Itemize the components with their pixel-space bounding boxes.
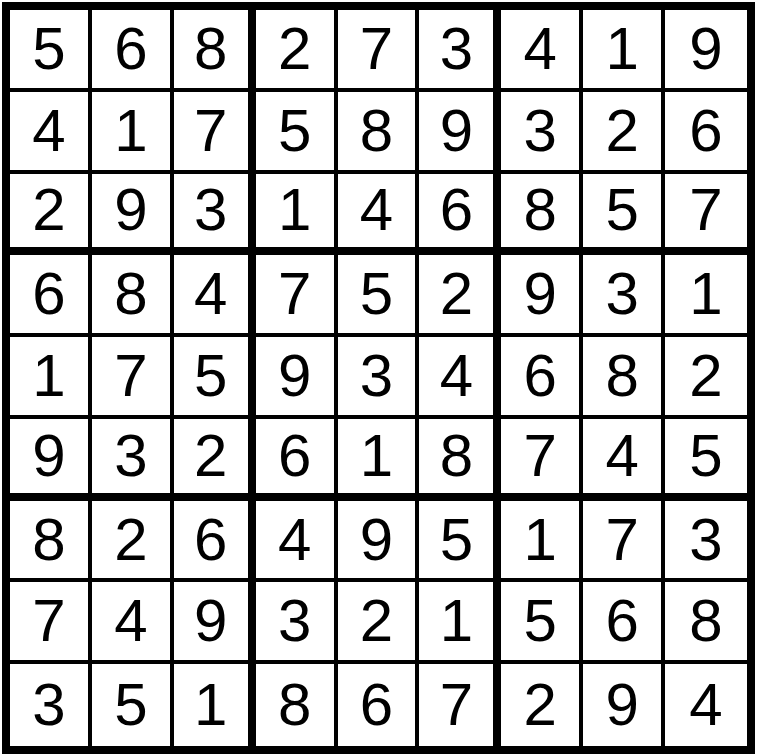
digit: 8 (524, 180, 557, 240)
digit: 3 (360, 346, 393, 406)
digit: 8 (360, 101, 393, 161)
digit: 4 (32, 101, 65, 161)
cell-r4c8[interactable]: 3 (583, 255, 665, 337)
digit: 4 (605, 426, 638, 486)
digit: 6 (114, 19, 147, 79)
cell-r5c2[interactable]: 7 (92, 337, 174, 419)
digit: 1 (440, 591, 473, 651)
digit: 2 (114, 510, 147, 570)
digit: 6 (605, 591, 638, 651)
digit: 8 (194, 19, 227, 79)
digit: 3 (689, 510, 722, 570)
cell-r3c9[interactable]: 7 (665, 174, 747, 256)
cell-r2c4[interactable]: 5 (256, 92, 338, 174)
digit: 8 (689, 591, 722, 651)
digit: 8 (278, 675, 311, 735)
digit: 2 (689, 346, 722, 406)
digit: 6 (278, 426, 311, 486)
digit: 1 (32, 346, 65, 406)
cell-r7c7[interactable]: 1 (501, 501, 583, 583)
digit: 7 (605, 510, 638, 570)
cell-r7c1[interactable]: 8 (10, 501, 92, 583)
digit: 2 (605, 101, 638, 161)
digit: 2 (278, 19, 311, 79)
cell-r7c2[interactable]: 2 (92, 501, 174, 583)
digit: 1 (278, 180, 311, 240)
cell-r8c4[interactable]: 3 (256, 582, 338, 664)
cell-r6c7[interactable]: 7 (501, 419, 583, 501)
digit: 2 (524, 675, 557, 735)
cell-r6c6[interactable]: 8 (419, 419, 501, 501)
cell-r5c6[interactable]: 4 (419, 337, 501, 419)
digit: 9 (114, 180, 147, 240)
cell-r2c6[interactable]: 9 (419, 92, 501, 174)
cell-r8c7[interactable]: 5 (501, 582, 583, 664)
digit: 9 (32, 426, 65, 486)
sudoku-page: 5682734194175893262931468576847529311759… (0, 0, 757, 756)
cell-r2c9[interactable]: 6 (665, 92, 747, 174)
digit: 7 (194, 101, 227, 161)
cell-r7c3[interactable]: 6 (174, 501, 256, 583)
cell-r9c1[interactable]: 3 (10, 664, 92, 746)
digit: 7 (114, 346, 147, 406)
digit: 5 (278, 101, 311, 161)
digit: 4 (114, 591, 147, 651)
digit: 1 (605, 19, 638, 79)
digit: 3 (114, 426, 147, 486)
cell-r7c5[interactable]: 9 (338, 501, 420, 583)
cell-r9c7[interactable]: 2 (501, 664, 583, 746)
digit: 2 (440, 264, 473, 324)
digit: 5 (440, 510, 473, 570)
cell-r4c5[interactable]: 5 (338, 255, 420, 337)
digit: 9 (689, 19, 722, 79)
cell-r1c1[interactable]: 5 (10, 10, 92, 92)
digit: 3 (524, 101, 557, 161)
digit: 8 (32, 510, 65, 570)
digit: 3 (605, 264, 638, 324)
cell-r5c8[interactable]: 8 (583, 337, 665, 419)
cell-r3c2[interactable]: 9 (92, 174, 174, 256)
cell-r3c4[interactable]: 1 (256, 174, 338, 256)
cell-r1c8[interactable]: 1 (583, 10, 665, 92)
digit: 9 (360, 510, 393, 570)
cell-r1c5[interactable]: 7 (338, 10, 420, 92)
cell-r1c3[interactable]: 8 (174, 10, 256, 92)
digit: 5 (194, 346, 227, 406)
cell-r8c6[interactable]: 1 (419, 582, 501, 664)
cell-r6c8[interactable]: 4 (583, 419, 665, 501)
cell-r8c2[interactable]: 4 (92, 582, 174, 664)
digit: 9 (278, 346, 311, 406)
cell-r4c7[interactable]: 9 (501, 255, 583, 337)
digit: 6 (524, 346, 557, 406)
cell-r1c4[interactable]: 2 (256, 10, 338, 92)
digit: 8 (605, 346, 638, 406)
digit: 7 (360, 19, 393, 79)
digit: 4 (360, 180, 393, 240)
cell-r9c9[interactable]: 4 (665, 664, 747, 746)
cell-r3c6[interactable]: 6 (419, 174, 501, 256)
cell-r9c8[interactable]: 9 (583, 664, 665, 746)
cell-r2c2[interactable]: 1 (92, 92, 174, 174)
digit: 2 (32, 180, 65, 240)
cell-r5c3[interactable]: 5 (174, 337, 256, 419)
digit: 7 (440, 675, 473, 735)
cell-r8c5[interactable]: 2 (338, 582, 420, 664)
cell-r3c1[interactable]: 2 (10, 174, 92, 256)
cell-r3c5[interactable]: 4 (338, 174, 420, 256)
cell-r1c2[interactable]: 6 (92, 10, 174, 92)
cell-r2c1[interactable]: 4 (10, 92, 92, 174)
digit: 2 (360, 591, 393, 651)
digit: 4 (689, 675, 722, 735)
digit: 1 (524, 510, 557, 570)
digit: 5 (524, 591, 557, 651)
cell-r2c3[interactable]: 7 (174, 92, 256, 174)
digit: 7 (32, 591, 65, 651)
cell-r5c7[interactable]: 6 (501, 337, 583, 419)
cell-r9c4[interactable]: 8 (256, 664, 338, 746)
digit: 4 (440, 346, 473, 406)
cell-r8c1[interactable]: 7 (10, 582, 92, 664)
digit: 8 (114, 264, 147, 324)
digit: 1 (194, 675, 227, 735)
digit: 5 (605, 180, 638, 240)
digit: 4 (194, 264, 227, 324)
cell-r1c9[interactable]: 9 (665, 10, 747, 92)
cell-r4c1[interactable]: 6 (10, 255, 92, 337)
cell-r6c3[interactable]: 2 (174, 419, 256, 501)
digit: 4 (278, 510, 311, 570)
cell-r6c1[interactable]: 9 (10, 419, 92, 501)
cell-r5c9[interactable]: 2 (665, 337, 747, 419)
cell-r6c2[interactable]: 3 (92, 419, 174, 501)
cell-r6c5[interactable]: 1 (338, 419, 420, 501)
cell-r9c2[interactable]: 5 (92, 664, 174, 746)
cell-r6c9[interactable]: 5 (665, 419, 747, 501)
cell-r4c6[interactable]: 2 (419, 255, 501, 337)
cell-r5c1[interactable]: 1 (10, 337, 92, 419)
cell-r8c9[interactable]: 8 (665, 582, 747, 664)
sudoku-board: 5682734194175893262931468576847529311759… (2, 2, 755, 754)
digit: 8 (440, 426, 473, 486)
digit: 7 (524, 426, 557, 486)
cell-r5c5[interactable]: 3 (338, 337, 420, 419)
digit: 4 (524, 19, 557, 79)
digit: 1 (360, 426, 393, 486)
cell-r2c5[interactable]: 8 (338, 92, 420, 174)
digit: 5 (689, 426, 722, 486)
cell-r7c6[interactable]: 5 (419, 501, 501, 583)
digit: 3 (194, 180, 227, 240)
cell-r9c6[interactable]: 7 (419, 664, 501, 746)
cell-r5c4[interactable]: 9 (256, 337, 338, 419)
cell-r7c9[interactable]: 3 (665, 501, 747, 583)
cell-r2c7[interactable]: 3 (501, 92, 583, 174)
cell-r2c8[interactable]: 2 (583, 92, 665, 174)
cell-r8c8[interactable]: 6 (583, 582, 665, 664)
cell-r1c6[interactable]: 3 (419, 10, 501, 92)
cell-r9c5[interactable]: 6 (338, 664, 420, 746)
cell-r9c3[interactable]: 1 (174, 664, 256, 746)
cell-r4c2[interactable]: 8 (92, 255, 174, 337)
digit: 6 (440, 180, 473, 240)
digit: 7 (278, 264, 311, 324)
cell-r8c3[interactable]: 9 (174, 582, 256, 664)
digit: 3 (440, 19, 473, 79)
cell-r6c4[interactable]: 6 (256, 419, 338, 501)
cell-r7c4[interactable]: 4 (256, 501, 338, 583)
cell-r7c8[interactable]: 7 (583, 501, 665, 583)
digit: 9 (194, 591, 227, 651)
cell-r3c3[interactable]: 3 (174, 174, 256, 256)
cell-r3c7[interactable]: 8 (501, 174, 583, 256)
digit: 9 (524, 264, 557, 324)
digit: 1 (114, 101, 147, 161)
digit: 1 (689, 264, 722, 324)
digit: 3 (278, 591, 311, 651)
digit: 5 (32, 19, 65, 79)
digit: 6 (32, 264, 65, 324)
digit: 7 (689, 180, 722, 240)
digit: 9 (440, 101, 473, 161)
cell-r4c3[interactable]: 4 (174, 255, 256, 337)
digit: 3 (32, 675, 65, 735)
cell-r4c4[interactable]: 7 (256, 255, 338, 337)
cell-r3c8[interactable]: 5 (583, 174, 665, 256)
digit: 5 (360, 264, 393, 324)
digit: 9 (605, 675, 638, 735)
digit: 2 (194, 426, 227, 486)
digit: 6 (360, 675, 393, 735)
digit: 6 (194, 510, 227, 570)
cell-r4c9[interactable]: 1 (665, 255, 747, 337)
digit: 6 (689, 101, 722, 161)
cell-r1c7[interactable]: 4 (501, 10, 583, 92)
digit: 5 (114, 675, 147, 735)
